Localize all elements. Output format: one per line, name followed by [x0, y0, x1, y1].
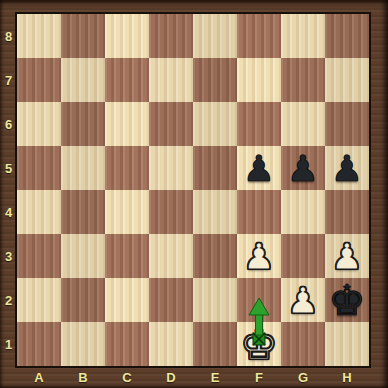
square-b1[interactable] — [61, 322, 105, 366]
square-h6[interactable] — [325, 102, 369, 146]
square-g8[interactable] — [281, 14, 325, 58]
rank-label-8: 8 — [0, 14, 17, 58]
square-f7[interactable] — [237, 58, 281, 102]
square-d5[interactable] — [149, 146, 193, 190]
chess-board-frame: ♟♟♟♟♟♟♚♚ 87654321ABCDEFGH — [0, 0, 388, 388]
piece-white-pawn-h3[interactable]: ♟ — [325, 234, 369, 278]
square-c8[interactable] — [105, 14, 149, 58]
square-f8[interactable] — [237, 14, 281, 58]
square-a3[interactable] — [17, 234, 61, 278]
square-c2[interactable] — [105, 278, 149, 322]
file-label-f: F — [237, 366, 281, 388]
square-e6[interactable] — [193, 102, 237, 146]
rank-label-5: 5 — [0, 146, 17, 190]
rank-label-3: 3 — [0, 234, 17, 278]
piece-black-pawn-g5[interactable]: ♟ — [281, 146, 325, 190]
rank-label-4: 4 — [0, 190, 17, 234]
square-f6[interactable] — [237, 102, 281, 146]
square-b3[interactable] — [61, 234, 105, 278]
square-a4[interactable] — [17, 190, 61, 234]
file-label-h: H — [325, 366, 369, 388]
square-f2[interactable] — [237, 278, 281, 322]
square-a7[interactable] — [17, 58, 61, 102]
square-b4[interactable] — [61, 190, 105, 234]
square-g4[interactable] — [281, 190, 325, 234]
square-e3[interactable] — [193, 234, 237, 278]
file-label-d: D — [149, 366, 193, 388]
square-c3[interactable] — [105, 234, 149, 278]
chess-board: ♟♟♟♟♟♟♚♚ — [17, 14, 369, 366]
square-h8[interactable] — [325, 14, 369, 58]
rank-label-1: 1 — [0, 322, 17, 366]
square-h1[interactable] — [325, 322, 369, 366]
square-b6[interactable] — [61, 102, 105, 146]
file-label-g: G — [281, 366, 325, 388]
square-h4[interactable] — [325, 190, 369, 234]
rank-label-7: 7 — [0, 58, 17, 102]
square-d2[interactable] — [149, 278, 193, 322]
square-a2[interactable] — [17, 278, 61, 322]
piece-white-pawn-g2[interactable]: ♟ — [281, 278, 325, 322]
file-label-b: B — [61, 366, 105, 388]
square-f4[interactable] — [237, 190, 281, 234]
square-e1[interactable] — [193, 322, 237, 366]
square-b8[interactable] — [61, 14, 105, 58]
square-b5[interactable] — [61, 146, 105, 190]
square-g1[interactable] — [281, 322, 325, 366]
square-d6[interactable] — [149, 102, 193, 146]
piece-white-pawn-f3[interactable]: ♟ — [237, 234, 281, 278]
square-a6[interactable] — [17, 102, 61, 146]
square-g7[interactable] — [281, 58, 325, 102]
piece-black-pawn-f5[interactable]: ♟ — [237, 146, 281, 190]
square-a5[interactable] — [17, 146, 61, 190]
square-d3[interactable] — [149, 234, 193, 278]
square-h7[interactable] — [325, 58, 369, 102]
file-label-e: E — [193, 366, 237, 388]
piece-black-pawn-h5[interactable]: ♟ — [325, 146, 369, 190]
square-b7[interactable] — [61, 58, 105, 102]
square-c1[interactable] — [105, 322, 149, 366]
square-b2[interactable] — [61, 278, 105, 322]
square-a1[interactable] — [17, 322, 61, 366]
square-d8[interactable] — [149, 14, 193, 58]
square-c5[interactable] — [105, 146, 149, 190]
square-a8[interactable] — [17, 14, 61, 58]
square-e8[interactable] — [193, 14, 237, 58]
file-label-c: C — [105, 366, 149, 388]
square-e2[interactable] — [193, 278, 237, 322]
square-d1[interactable] — [149, 322, 193, 366]
piece-white-king-f1[interactable]: ♚ — [237, 322, 281, 366]
square-e5[interactable] — [193, 146, 237, 190]
square-c7[interactable] — [105, 58, 149, 102]
square-e7[interactable] — [193, 58, 237, 102]
square-d7[interactable] — [149, 58, 193, 102]
square-e4[interactable] — [193, 190, 237, 234]
rank-label-2: 2 — [0, 278, 17, 322]
square-g3[interactable] — [281, 234, 325, 278]
piece-black-king-h2[interactable]: ♚ — [325, 278, 369, 322]
square-c4[interactable] — [105, 190, 149, 234]
file-label-a: A — [17, 366, 61, 388]
square-g6[interactable] — [281, 102, 325, 146]
square-c6[interactable] — [105, 102, 149, 146]
square-d4[interactable] — [149, 190, 193, 234]
rank-label-6: 6 — [0, 102, 17, 146]
